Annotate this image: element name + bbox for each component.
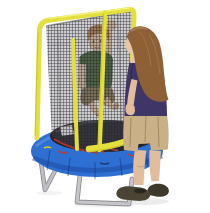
product-photo bbox=[0, 0, 210, 213]
woman-back-leg bbox=[149, 150, 161, 182]
trampoline-scene bbox=[0, 0, 210, 213]
ground-shadow bbox=[36, 191, 62, 195]
